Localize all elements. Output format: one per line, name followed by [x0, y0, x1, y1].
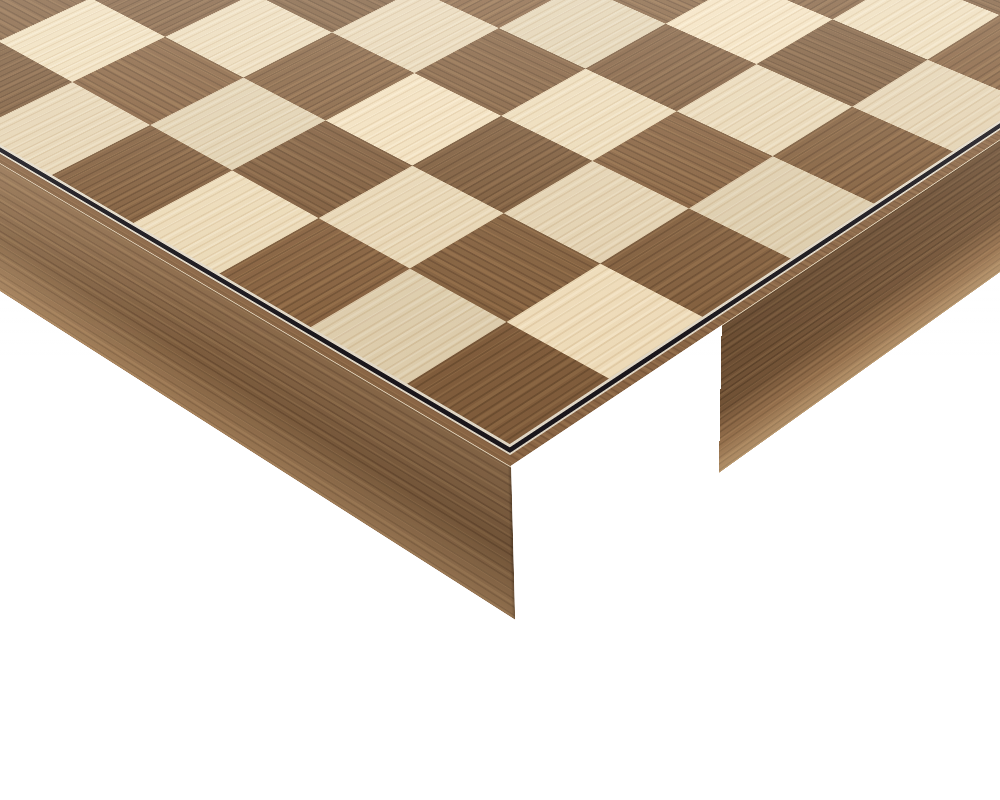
board-square	[928, 15, 1000, 102]
product-photo-stage	[0, 0, 1000, 800]
board-square	[133, 170, 318, 273]
board-square	[585, 24, 756, 112]
board-square	[219, 218, 409, 327]
board-square	[757, 19, 928, 106]
board-square	[501, 69, 677, 161]
chessboard	[0, 0, 1000, 466]
board-square	[0, 41, 72, 129]
board-square	[319, 166, 504, 269]
board-square	[412, 116, 592, 213]
board-square	[666, 0, 833, 64]
camera-tilt-wrapper	[0, 0, 1000, 800]
top-face-sheen	[0, 0, 1000, 466]
board-square	[592, 111, 772, 208]
board-square	[326, 73, 502, 166]
board-square	[852, 60, 1000, 152]
board-square	[243, 32, 414, 120]
board-square	[504, 161, 689, 264]
board-square	[677, 64, 853, 156]
board-square	[410, 213, 600, 322]
board-square	[150, 78, 326, 171]
board-square	[414, 28, 585, 116]
board-top-face	[0, 0, 1000, 466]
board-square	[232, 120, 412, 218]
board-square	[832, 0, 999, 60]
board-square	[72, 37, 243, 125]
board-square	[0, 82, 150, 175]
board-square	[773, 107, 953, 204]
